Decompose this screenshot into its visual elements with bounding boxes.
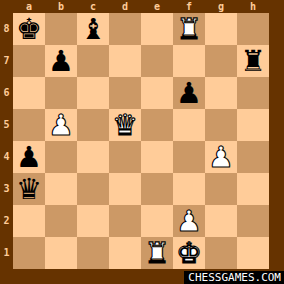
square-d2[interactable] bbox=[109, 205, 141, 237]
square-e2[interactable] bbox=[141, 205, 173, 237]
file-label-d: d bbox=[109, 0, 141, 13]
rank-label-5: 5 bbox=[0, 109, 13, 141]
piece-black-king: ♚ bbox=[16, 13, 42, 45]
square-h6[interactable] bbox=[237, 77, 269, 109]
square-b8[interactable] bbox=[45, 13, 77, 45]
square-d7[interactable] bbox=[109, 45, 141, 77]
square-a8[interactable]: ♚ bbox=[13, 13, 45, 45]
square-h7[interactable]: ♜ bbox=[237, 45, 269, 77]
square-g3[interactable] bbox=[205, 173, 237, 205]
square-d8[interactable] bbox=[109, 13, 141, 45]
square-a7[interactable] bbox=[13, 45, 45, 77]
square-d3[interactable] bbox=[109, 173, 141, 205]
square-f6[interactable]: ♟ bbox=[173, 77, 205, 109]
square-f1[interactable]: ♚ bbox=[173, 237, 205, 269]
rank-label-2: 2 bbox=[0, 205, 13, 237]
piece-black-pawn: ♟ bbox=[16, 141, 42, 173]
rank-label-1: 1 bbox=[0, 237, 13, 269]
piece-white-pawn: ♟ bbox=[176, 205, 202, 237]
square-g8[interactable] bbox=[205, 13, 237, 45]
square-f7[interactable] bbox=[173, 45, 205, 77]
square-c7[interactable] bbox=[77, 45, 109, 77]
piece-white-rook: ♜ bbox=[144, 237, 170, 269]
square-e6[interactable] bbox=[141, 77, 173, 109]
square-f8[interactable]: ♜ bbox=[173, 13, 205, 45]
file-label-c: c bbox=[77, 0, 109, 13]
chess-board: ♚♝♜♟♜♟♟♛♟♟♛♟♜♚ bbox=[13, 13, 269, 269]
square-b1[interactable] bbox=[45, 237, 77, 269]
square-e7[interactable] bbox=[141, 45, 173, 77]
square-c1[interactable] bbox=[77, 237, 109, 269]
square-f3[interactable] bbox=[173, 173, 205, 205]
square-c6[interactable] bbox=[77, 77, 109, 109]
square-b4[interactable] bbox=[45, 141, 77, 173]
square-d4[interactable] bbox=[109, 141, 141, 173]
square-d6[interactable] bbox=[109, 77, 141, 109]
square-c5[interactable] bbox=[77, 109, 109, 141]
piece-black-pawn: ♟ bbox=[48, 45, 74, 77]
file-label-h: h bbox=[237, 0, 269, 13]
square-h3[interactable] bbox=[237, 173, 269, 205]
square-g2[interactable] bbox=[205, 205, 237, 237]
square-e8[interactable] bbox=[141, 13, 173, 45]
square-h5[interactable] bbox=[237, 109, 269, 141]
square-b5[interactable]: ♟ bbox=[45, 109, 77, 141]
rank-label-3: 3 bbox=[0, 173, 13, 205]
piece-black-queen: ♛ bbox=[16, 173, 42, 205]
square-g5[interactable] bbox=[205, 109, 237, 141]
square-c2[interactable] bbox=[77, 205, 109, 237]
piece-black-rook: ♜ bbox=[240, 45, 266, 77]
square-f2[interactable]: ♟ bbox=[173, 205, 205, 237]
square-g1[interactable] bbox=[205, 237, 237, 269]
file-label-b: b bbox=[45, 0, 77, 13]
piece-white-pawn: ♟ bbox=[48, 109, 74, 141]
piece-white-rook: ♜ bbox=[176, 13, 202, 45]
square-a2[interactable] bbox=[13, 205, 45, 237]
square-d5[interactable]: ♛ bbox=[109, 109, 141, 141]
rank-label-4: 4 bbox=[0, 141, 13, 173]
piece-white-pawn: ♟ bbox=[208, 141, 234, 173]
piece-black-pawn: ♟ bbox=[176, 77, 202, 109]
square-e1[interactable]: ♜ bbox=[141, 237, 173, 269]
square-b2[interactable] bbox=[45, 205, 77, 237]
square-a3[interactable]: ♛ bbox=[13, 173, 45, 205]
square-c4[interactable] bbox=[77, 141, 109, 173]
watermark: CHESSGAMES.COM bbox=[184, 271, 284, 284]
square-f4[interactable] bbox=[173, 141, 205, 173]
square-e5[interactable] bbox=[141, 109, 173, 141]
square-g6[interactable] bbox=[205, 77, 237, 109]
square-g7[interactable] bbox=[205, 45, 237, 77]
file-label-f: f bbox=[173, 0, 205, 13]
square-b3[interactable] bbox=[45, 173, 77, 205]
square-c3[interactable] bbox=[77, 173, 109, 205]
square-g4[interactable]: ♟ bbox=[205, 141, 237, 173]
square-f5[interactable] bbox=[173, 109, 205, 141]
square-b7[interactable]: ♟ bbox=[45, 45, 77, 77]
square-h2[interactable] bbox=[237, 205, 269, 237]
square-a6[interactable] bbox=[13, 77, 45, 109]
piece-black-bishop: ♝ bbox=[80, 13, 106, 45]
square-d1[interactable] bbox=[109, 237, 141, 269]
rank-label-6: 6 bbox=[0, 77, 13, 109]
piece-white-king: ♚ bbox=[176, 237, 202, 269]
file-label-g: g bbox=[205, 0, 237, 13]
rank-label-7: 7 bbox=[0, 45, 13, 77]
square-e3[interactable] bbox=[141, 173, 173, 205]
square-c8[interactable]: ♝ bbox=[77, 13, 109, 45]
chess-diagram: abcdefgh 87654321 ♚♝♜♟♜♟♟♛♟♟♛♟♜♚ CHESSGA… bbox=[0, 0, 284, 284]
piece-white-queen: ♛ bbox=[112, 109, 138, 141]
square-a5[interactable] bbox=[13, 109, 45, 141]
square-h4[interactable] bbox=[237, 141, 269, 173]
rank-label-8: 8 bbox=[0, 13, 13, 45]
square-h1[interactable] bbox=[237, 237, 269, 269]
file-label-a: a bbox=[13, 0, 45, 13]
square-b6[interactable] bbox=[45, 77, 77, 109]
file-label-e: e bbox=[141, 0, 173, 13]
square-e4[interactable] bbox=[141, 141, 173, 173]
square-a4[interactable]: ♟ bbox=[13, 141, 45, 173]
square-h8[interactable] bbox=[237, 13, 269, 45]
square-a1[interactable] bbox=[13, 237, 45, 269]
